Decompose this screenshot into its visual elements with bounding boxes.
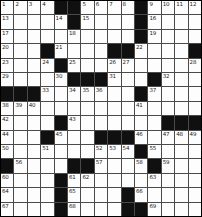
- cell-r4c6[interactable]: [68, 44, 80, 57]
- clue-number-18: 18: [69, 30, 76, 36]
- cell-r7c9[interactable]: [108, 87, 120, 100]
- clue-number-15: 15: [82, 15, 89, 21]
- clue-number-37: 37: [149, 87, 156, 93]
- black-cell-r6c12: [148, 73, 160, 86]
- cell-r9c3[interactable]: [28, 116, 40, 129]
- black-cell-r4c9: [108, 44, 120, 57]
- cell-r15c1[interactable]: 67: [1, 203, 13, 216]
- cell-r3c1[interactable]: 17: [1, 30, 13, 43]
- cell-r12c5[interactable]: [55, 159, 67, 172]
- clue-number-13: 13: [2, 15, 9, 21]
- clue-number-36: 36: [96, 87, 103, 93]
- cell-r5c14[interactable]: [175, 59, 187, 72]
- cell-r11c1[interactable]: 50: [1, 145, 13, 158]
- clue-number-33: 33: [42, 87, 49, 93]
- clue-number-22: 22: [136, 44, 143, 50]
- cell-r8c4[interactable]: [41, 102, 53, 115]
- cell-r11c8[interactable]: 52: [95, 145, 107, 158]
- cell-r10c1[interactable]: 44: [1, 131, 13, 144]
- cell-r4c2[interactable]: [14, 44, 26, 57]
- cell-r14c14[interactable]: [175, 188, 187, 201]
- cell-r6c5[interactable]: 30: [55, 73, 67, 86]
- cell-r2c5[interactable]: 14: [55, 15, 67, 28]
- cell-r10c2[interactable]: [14, 131, 26, 144]
- cell-r10c3[interactable]: [28, 131, 40, 144]
- clue-number-9: 9: [149, 1, 152, 7]
- cell-r3c3[interactable]: [28, 30, 40, 43]
- cell-r2c13[interactable]: [162, 15, 174, 28]
- cell-r7c15[interactable]: [189, 87, 201, 100]
- clue-number-10: 10: [163, 1, 170, 7]
- cell-r6c10[interactable]: [122, 73, 134, 86]
- cell-r2c1[interactable]: 13: [1, 15, 13, 28]
- clue-number-2: 2: [15, 1, 18, 7]
- cell-r1c15[interactable]: 12: [189, 1, 201, 14]
- cell-r3c8[interactable]: [95, 30, 107, 43]
- cell-r4c12[interactable]: [148, 44, 160, 57]
- cell-r4c3[interactable]: [28, 44, 40, 57]
- cell-r8c8[interactable]: [95, 102, 107, 115]
- black-cell-r5c5: [55, 59, 67, 72]
- cell-r15c15[interactable]: [189, 203, 201, 216]
- cell-r2c14[interactable]: [175, 15, 187, 28]
- cell-r4c5[interactable]: 21: [55, 44, 67, 57]
- cell-r7c4[interactable]: 33: [41, 87, 53, 100]
- cell-r14c11[interactable]: 66: [135, 188, 147, 201]
- cell-r13c12[interactable]: 63: [148, 174, 160, 187]
- black-cell-r7c3: [28, 87, 40, 100]
- clue-number-42: 42: [2, 116, 9, 122]
- cell-r12c15[interactable]: [189, 159, 201, 172]
- cell-r5c9[interactable]: 26: [108, 59, 120, 72]
- clue-number-44: 44: [2, 131, 9, 137]
- black-cell-r4c15: [189, 44, 201, 57]
- cell-r15c13[interactable]: [162, 203, 174, 216]
- cell-r5c1[interactable]: 23: [1, 59, 13, 72]
- cell-r14c13[interactable]: [162, 188, 174, 201]
- black-cell-r12c7: [81, 159, 93, 172]
- cell-r2c9[interactable]: [108, 15, 120, 28]
- black-cell-r9c15: [189, 116, 201, 129]
- cell-r3c4[interactable]: [41, 30, 53, 43]
- cell-r14c3[interactable]: [28, 188, 40, 201]
- black-cell-r1c6: [68, 1, 80, 14]
- black-cell-r12c6: [68, 159, 80, 172]
- cell-r4c1[interactable]: 20: [1, 44, 13, 57]
- clue-number-23: 23: [2, 59, 9, 65]
- cell-r15c9[interactable]: [108, 203, 120, 216]
- black-cell-r10c8: [95, 131, 107, 144]
- clue-number-19: 19: [149, 30, 156, 36]
- black-cell-r9c13: [162, 116, 174, 129]
- clue-number-46: 46: [136, 131, 143, 137]
- cell-r10c7[interactable]: [81, 131, 93, 144]
- cell-r3c9[interactable]: [108, 30, 120, 43]
- black-cell-r6c6: [68, 73, 80, 86]
- cell-r10c13[interactable]: 47: [162, 131, 174, 144]
- clue-number-51: 51: [42, 145, 49, 151]
- clue-number-11: 11: [176, 1, 183, 7]
- black-cell-r13c5: [55, 174, 67, 187]
- cell-r12c9[interactable]: [108, 159, 120, 172]
- cell-r9c9[interactable]: [108, 116, 120, 129]
- cell-r6c14[interactable]: [175, 73, 187, 86]
- black-cell-r12c1: [1, 159, 13, 172]
- black-cell-r15c10: [122, 203, 134, 216]
- cell-r9c2[interactable]: [14, 116, 26, 129]
- cell-r3c12[interactable]: 19: [148, 30, 160, 43]
- cell-r11c6[interactable]: [68, 145, 80, 158]
- black-cell-r7c11: [135, 87, 147, 100]
- clue-number-34: 34: [69, 87, 76, 93]
- clue-number-58: 58: [136, 159, 143, 165]
- cell-r5c13[interactable]: [162, 59, 174, 72]
- cell-r11c13[interactable]: [162, 145, 174, 158]
- cell-r12c3[interactable]: [28, 159, 40, 172]
- cell-r8c2[interactable]: 39: [14, 102, 26, 115]
- clue-number-25: 25: [69, 59, 76, 65]
- cell-r13c6[interactable]: 61: [68, 174, 80, 187]
- cell-r6c13[interactable]: 32: [162, 73, 174, 86]
- cell-r10c6[interactable]: [68, 131, 80, 144]
- cell-r9c1[interactable]: 42: [1, 116, 13, 129]
- cell-r12c10[interactable]: [122, 159, 134, 172]
- cell-r13c10[interactable]: [122, 174, 134, 187]
- clue-number-17: 17: [2, 30, 9, 36]
- cell-r9c7[interactable]: [81, 116, 93, 129]
- cell-r10c12[interactable]: [148, 131, 160, 144]
- cell-r5c2[interactable]: [14, 59, 26, 72]
- clue-number-20: 20: [2, 44, 9, 50]
- clue-number-45: 45: [56, 131, 63, 137]
- black-cell-r14c5: [55, 188, 67, 201]
- cell-r8c5[interactable]: [55, 102, 67, 115]
- black-cell-r4c10: [122, 44, 134, 57]
- black-cell-r6c8: [95, 73, 107, 86]
- cell-r5c8[interactable]: [95, 59, 107, 72]
- cell-r7c14[interactable]: [175, 87, 187, 100]
- cell-r1c1[interactable]: 1: [1, 1, 13, 14]
- clue-number-69: 69: [149, 203, 156, 209]
- cell-r10c15[interactable]: 49: [189, 131, 201, 144]
- cell-r11c5[interactable]: [55, 145, 67, 158]
- cell-r15c2[interactable]: [14, 203, 26, 216]
- cell-r14c9[interactable]: [108, 188, 120, 201]
- cell-r5c6[interactable]: 25: [68, 59, 80, 72]
- cell-r6c1[interactable]: 29: [1, 73, 13, 86]
- cell-r6c2[interactable]: [14, 73, 26, 86]
- cell-r12c14[interactable]: [175, 159, 187, 172]
- clue-number-65: 65: [69, 188, 76, 194]
- cell-r8c11[interactable]: 41: [135, 102, 147, 115]
- cell-r1c14[interactable]: 11: [175, 1, 187, 14]
- cell-r6c15[interactable]: [189, 73, 201, 86]
- cell-r11c10[interactable]: 54: [122, 145, 134, 158]
- cell-r11c9[interactable]: 53: [108, 145, 120, 158]
- clue-number-60: 60: [2, 174, 9, 180]
- black-cell-r10c10: [122, 131, 134, 144]
- cell-r3c6[interactable]: 18: [68, 30, 80, 43]
- cell-r12c4[interactable]: [41, 159, 53, 172]
- black-cell-r4c4: [41, 44, 53, 57]
- clue-number-54: 54: [123, 145, 130, 151]
- clue-number-32: 32: [163, 73, 170, 79]
- cell-r4c7[interactable]: [81, 44, 93, 57]
- cell-r8c3[interactable]: 40: [28, 102, 40, 115]
- cell-r15c4[interactable]: [41, 203, 53, 216]
- cell-r3c7[interactable]: [81, 30, 93, 43]
- cell-r12c11[interactable]: 58: [135, 159, 147, 172]
- cell-r14c6[interactable]: 65: [68, 188, 80, 201]
- clue-number-49: 49: [190, 131, 197, 137]
- cell-r5c11[interactable]: [135, 59, 147, 72]
- cell-r7c6[interactable]: 34: [68, 87, 80, 100]
- cell-r8c7[interactable]: [81, 102, 93, 115]
- clue-number-57: 57: [96, 159, 103, 165]
- cell-r8c13[interactable]: [162, 102, 174, 115]
- clue-number-63: 63: [149, 174, 156, 180]
- clue-number-40: 40: [29, 102, 36, 108]
- clue-number-4: 4: [42, 1, 45, 7]
- cell-r11c7[interactable]: [81, 145, 93, 158]
- cell-r2c10[interactable]: [122, 15, 134, 28]
- cell-r11c14[interactable]: [175, 145, 187, 158]
- cell-r9c4[interactable]: [41, 116, 53, 129]
- cell-r7c12[interactable]: 37: [148, 87, 160, 100]
- cell-r11c15[interactable]: [189, 145, 201, 158]
- cell-r5c15[interactable]: 28: [189, 59, 201, 72]
- cell-r7c5[interactable]: [55, 87, 67, 100]
- clue-number-24: 24: [42, 59, 49, 65]
- cell-r8c10[interactable]: [122, 102, 134, 115]
- cell-r10c14[interactable]: 48: [175, 131, 187, 144]
- crossword-grid: 1234567891011121314151617181920212223242…: [0, 0, 202, 217]
- cell-r1c3[interactable]: 3: [28, 1, 40, 14]
- cell-r14c1[interactable]: 64: [1, 188, 13, 201]
- cell-r14c8[interactable]: [95, 188, 107, 201]
- cell-r5c12[interactable]: [148, 59, 160, 72]
- cell-r9c12[interactable]: [148, 116, 160, 129]
- cell-r1c9[interactable]: 7: [108, 1, 120, 14]
- cell-r9c8[interactable]: [95, 116, 107, 129]
- cell-r3c14[interactable]: [175, 30, 187, 43]
- black-cell-r6c7: [81, 73, 93, 86]
- clue-number-3: 3: [29, 1, 32, 7]
- cell-r13c8[interactable]: [95, 174, 107, 187]
- cell-r6c3[interactable]: [28, 73, 40, 86]
- cell-r1c10[interactable]: 8: [122, 1, 134, 14]
- cell-r15c3[interactable]: [28, 203, 40, 216]
- clue-number-56: 56: [15, 159, 22, 165]
- clue-number-27: 27: [123, 59, 130, 65]
- clue-number-68: 68: [69, 203, 76, 209]
- cell-r7c7[interactable]: 35: [81, 87, 93, 100]
- clue-number-59: 59: [163, 159, 170, 165]
- clue-number-66: 66: [136, 188, 143, 194]
- cell-r15c7[interactable]: [81, 203, 93, 216]
- black-cell-r15c11: [135, 203, 147, 216]
- cell-r3c13[interactable]: [162, 30, 174, 43]
- cell-r1c8[interactable]: 6: [95, 1, 107, 14]
- cell-r5c10[interactable]: 27: [122, 59, 134, 72]
- cell-r13c2[interactable]: [14, 174, 26, 187]
- black-cell-r3c11: [135, 30, 147, 43]
- cell-r13c1[interactable]: 60: [1, 174, 13, 187]
- clue-number-62: 62: [82, 174, 89, 180]
- cell-r8c12[interactable]: [148, 102, 160, 115]
- cell-r15c6[interactable]: 68: [68, 203, 80, 216]
- cell-r4c11[interactable]: 22: [135, 44, 147, 57]
- cell-r1c7[interactable]: 5: [81, 1, 93, 14]
- black-cell-r7c2: [14, 87, 26, 100]
- cell-r3c15[interactable]: [189, 30, 201, 43]
- clue-number-14: 14: [56, 15, 63, 21]
- cell-r12c8[interactable]: 57: [95, 159, 107, 172]
- cell-r3c5[interactable]: [55, 30, 67, 43]
- cell-r13c13[interactable]: [162, 174, 174, 187]
- cell-r1c13[interactable]: 10: [162, 1, 174, 14]
- clue-number-6: 6: [96, 1, 99, 7]
- cell-r3c2[interactable]: [14, 30, 26, 43]
- black-cell-r9c5: [55, 116, 67, 129]
- clue-number-43: 43: [69, 116, 76, 122]
- cell-r12c13[interactable]: 59: [162, 159, 174, 172]
- clue-number-26: 26: [109, 59, 116, 65]
- cell-r9c11[interactable]: [135, 116, 147, 129]
- clue-number-50: 50: [2, 145, 9, 151]
- cell-r14c7[interactable]: [81, 188, 93, 201]
- clue-number-28: 28: [190, 59, 197, 65]
- black-cell-r11c11: [135, 145, 147, 158]
- cell-r6c9[interactable]: 31: [108, 73, 120, 86]
- clue-number-39: 39: [15, 102, 22, 108]
- cell-r3c10[interactable]: [122, 30, 134, 43]
- cell-r2c15[interactable]: [189, 15, 201, 28]
- black-cell-r15c5: [55, 203, 67, 216]
- cell-r4c14[interactable]: [175, 44, 187, 57]
- clue-number-47: 47: [163, 131, 170, 137]
- cell-r6c11[interactable]: [135, 73, 147, 86]
- cell-r2c2[interactable]: [14, 15, 26, 28]
- black-cell-r10c4: [41, 131, 53, 144]
- black-cell-r1c11: [135, 1, 147, 14]
- cell-r11c3[interactable]: [28, 145, 40, 158]
- black-cell-r1c5: [55, 1, 67, 14]
- cell-r12c2[interactable]: 56: [14, 159, 26, 172]
- cell-r8c6[interactable]: [68, 102, 80, 115]
- black-cell-r9c14: [175, 116, 187, 129]
- clue-number-64: 64: [2, 188, 9, 194]
- clue-number-61: 61: [69, 174, 76, 180]
- cell-r2c4[interactable]: [41, 15, 53, 28]
- clue-number-38: 38: [2, 102, 9, 108]
- cell-r14c15[interactable]: [189, 188, 201, 201]
- clue-number-53: 53: [109, 145, 116, 151]
- cell-r11c12[interactable]: 55: [148, 145, 160, 158]
- clue-number-21: 21: [56, 44, 63, 50]
- cell-r7c13[interactable]: [162, 87, 174, 100]
- cell-r13c4[interactable]: [41, 174, 53, 187]
- clue-number-35: 35: [82, 87, 89, 93]
- clue-number-29: 29: [2, 73, 9, 79]
- cell-r13c14[interactable]: [175, 174, 187, 187]
- cell-r13c11[interactable]: [135, 174, 147, 187]
- cell-r8c15[interactable]: [189, 102, 201, 115]
- cell-r1c12[interactable]: 9: [148, 1, 160, 14]
- cell-r15c14[interactable]: [175, 203, 187, 216]
- cell-r11c4[interactable]: 51: [41, 145, 53, 158]
- cell-r8c9[interactable]: [108, 102, 120, 115]
- clue-number-8: 8: [123, 1, 126, 7]
- crossword-puzzle: 1234567891011121314151617181920212223242…: [0, 0, 202, 217]
- cell-r4c8[interactable]: [95, 44, 107, 57]
- cell-r2c8[interactable]: [95, 15, 107, 28]
- cell-r14c4[interactable]: [41, 188, 53, 201]
- cell-r13c3[interactable]: [28, 174, 40, 187]
- clue-number-52: 52: [96, 145, 103, 151]
- black-cell-r12c12: [148, 159, 160, 172]
- cell-r2c3[interactable]: [28, 15, 40, 28]
- black-cell-r14c10: [122, 188, 134, 201]
- clue-number-55: 55: [149, 145, 156, 151]
- cell-r7c8[interactable]: 36: [95, 87, 107, 100]
- cell-r1c2[interactable]: 2: [14, 1, 26, 14]
- cell-r6c4[interactable]: [41, 73, 53, 86]
- clue-number-31: 31: [109, 73, 116, 79]
- cell-r2c12[interactable]: 16: [148, 15, 160, 28]
- cell-r15c8[interactable]: [95, 203, 107, 216]
- clue-number-12: 12: [190, 1, 197, 7]
- clue-number-67: 67: [2, 203, 9, 209]
- cell-r8c14[interactable]: [175, 102, 187, 115]
- cell-r13c9[interactable]: [108, 174, 120, 187]
- clue-number-30: 30: [56, 73, 63, 79]
- cell-r13c7[interactable]: 62: [81, 174, 93, 187]
- clue-number-7: 7: [109, 1, 112, 7]
- clue-number-41: 41: [136, 102, 143, 108]
- cell-r4c13[interactable]: [162, 44, 174, 57]
- cell-r9c6[interactable]: 43: [68, 116, 80, 129]
- cell-r5c3[interactable]: [28, 59, 40, 72]
- cell-r14c12[interactable]: [148, 188, 160, 201]
- cell-r10c5[interactable]: 45: [55, 131, 67, 144]
- black-cell-r10c9: [108, 131, 120, 144]
- cell-r15c12[interactable]: 69: [148, 203, 160, 216]
- cell-r1c4[interactable]: 4: [41, 1, 53, 14]
- black-cell-r7c1: [1, 87, 13, 100]
- cell-r2c7[interactable]: 15: [81, 15, 93, 28]
- clue-number-48: 48: [176, 131, 183, 137]
- cell-r7c10[interactable]: [122, 87, 134, 100]
- cell-r14c2[interactable]: [14, 188, 26, 201]
- clue-number-16: 16: [149, 15, 156, 21]
- cell-r13c15[interactable]: [189, 174, 201, 187]
- cell-r5c7[interactable]: [81, 59, 93, 72]
- black-cell-r2c11: [135, 15, 147, 28]
- cell-r9c10[interactable]: [122, 116, 134, 129]
- clue-number-1: 1: [2, 1, 5, 7]
- black-cell-r2c6: [68, 15, 80, 28]
- cell-r10c11[interactable]: 46: [135, 131, 147, 144]
- cell-r5c4[interactable]: 24: [41, 59, 53, 72]
- clue-number-5: 5: [82, 1, 85, 7]
- cell-r8c1[interactable]: 38: [1, 102, 13, 115]
- cell-r11c2[interactable]: [14, 145, 26, 158]
